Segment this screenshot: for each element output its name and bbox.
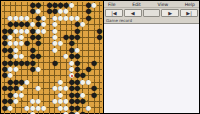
comment-list-area[interactable]: [104, 23, 199, 113]
hoshi-point: [21, 100, 23, 102]
nav-first-button[interactable]: |◀: [105, 9, 123, 17]
go-board-grid: ●●●●●●●●●●●●●●●●●●●●●●●●●●●●●●●●●●●●●●●●…: [2, 2, 102, 112]
app-window: ●●●●●●●●●●●●●●●●●●●●●●●●●●●●●●●●●●●●●●●●…: [0, 0, 200, 114]
menu-item-help[interactable]: Help: [185, 1, 195, 8]
go-board: ●●●●●●●●●●●●●●●●●●●●●●●●●●●●●●●●●●●●●●●●…: [1, 1, 103, 113]
menu-item-view[interactable]: View: [157, 1, 168, 8]
side-panel: FileEditViewHelp |◀◀▶▶| Game record: [104, 1, 199, 113]
hoshi-point: [87, 100, 89, 102]
nav-prev-button[interactable]: ◀: [124, 9, 142, 17]
menu-item-edit[interactable]: Edit: [132, 1, 141, 8]
board-cell[interactable]: [97, 111, 103, 114]
menu-bar: FileEditViewHelp: [104, 1, 199, 8]
navigation-toolbar: |◀◀▶▶|: [104, 8, 199, 18]
hoshi-point: [87, 62, 89, 64]
nav-pause-button[interactable]: [143, 9, 161, 17]
nav-next-button[interactable]: ▶: [161, 9, 179, 17]
nav-last-button[interactable]: ▶|: [180, 9, 198, 17]
last-move-marker: [71, 75, 73, 77]
hoshi-point: [87, 23, 89, 25]
menu-item-file[interactable]: File: [108, 1, 116, 8]
